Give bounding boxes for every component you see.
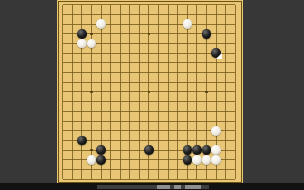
intersection[interactable] xyxy=(125,0,135,10)
intersection[interactable] xyxy=(163,19,173,29)
intersection[interactable] xyxy=(183,87,193,97)
intersection[interactable] xyxy=(68,58,78,68)
intersection[interactable] xyxy=(58,87,68,97)
intersection[interactable] xyxy=(211,107,221,117)
intersection[interactable] xyxy=(230,48,240,58)
intersection[interactable] xyxy=(183,165,193,175)
intersection[interactable] xyxy=(58,136,68,146)
intersection[interactable] xyxy=(173,165,183,175)
intersection[interactable] xyxy=(68,19,78,29)
intersection[interactable] xyxy=(106,10,116,20)
intersection[interactable] xyxy=(77,58,87,68)
intersection[interactable] xyxy=(87,29,97,39)
intersection[interactable] xyxy=(163,145,173,155)
intersection[interactable] xyxy=(192,77,202,87)
intersection[interactable] xyxy=(106,19,116,29)
intersection[interactable] xyxy=(202,107,212,117)
intersection[interactable] xyxy=(211,0,221,10)
intersection[interactable] xyxy=(135,165,145,175)
intersection[interactable] xyxy=(96,97,106,107)
intersection[interactable] xyxy=(58,29,68,39)
intersection[interactable] xyxy=(144,116,154,126)
intersection[interactable] xyxy=(87,19,97,29)
intersection[interactable] xyxy=(96,126,106,136)
intersection[interactable] xyxy=(77,29,87,39)
intersection[interactable] xyxy=(230,116,240,126)
intersection[interactable] xyxy=(144,48,154,58)
intersection[interactable] xyxy=(106,39,116,49)
intersection[interactable] xyxy=(58,165,68,175)
intersection[interactable] xyxy=(96,0,106,10)
intersection[interactable] xyxy=(144,77,154,87)
intersection[interactable] xyxy=(163,155,173,165)
intersection[interactable] xyxy=(77,68,87,78)
intersection[interactable] xyxy=(125,136,135,146)
intersection[interactable] xyxy=(163,58,173,68)
intersection[interactable] xyxy=(230,19,240,29)
intersection[interactable] xyxy=(106,68,116,78)
intersection[interactable] xyxy=(87,97,97,107)
intersection[interactable] xyxy=(173,68,183,78)
intersection[interactable] xyxy=(96,107,106,117)
intersection[interactable] xyxy=(115,0,125,10)
intersection[interactable] xyxy=(68,155,78,165)
intersection[interactable] xyxy=(96,19,106,29)
intersection[interactable] xyxy=(115,145,125,155)
intersection[interactable] xyxy=(115,165,125,175)
intersection[interactable] xyxy=(68,145,78,155)
intersection[interactable] xyxy=(211,116,221,126)
intersection[interactable] xyxy=(173,39,183,49)
intersection[interactable] xyxy=(58,116,68,126)
intersection[interactable] xyxy=(135,126,145,136)
intersection[interactable] xyxy=(96,58,106,68)
intersection[interactable] xyxy=(58,19,68,29)
intersection[interactable] xyxy=(211,165,221,175)
intersection[interactable] xyxy=(144,155,154,165)
intersection[interactable] xyxy=(87,0,97,10)
intersection[interactable] xyxy=(77,39,87,49)
intersection[interactable] xyxy=(183,10,193,20)
intersection[interactable] xyxy=(125,155,135,165)
intersection[interactable] xyxy=(154,97,164,107)
intersection[interactable] xyxy=(183,19,193,29)
intersection[interactable] xyxy=(202,116,212,126)
intersection[interactable] xyxy=(68,29,78,39)
intersection[interactable] xyxy=(173,19,183,29)
intersection[interactable] xyxy=(68,107,78,117)
intersection[interactable] xyxy=(87,39,97,49)
intersection[interactable] xyxy=(144,0,154,10)
intersection[interactable] xyxy=(192,155,202,165)
intersection[interactable] xyxy=(135,136,145,146)
intersection[interactable] xyxy=(58,58,68,68)
intersection[interactable] xyxy=(183,107,193,117)
intersection[interactable] xyxy=(77,116,87,126)
intersection[interactable] xyxy=(68,136,78,146)
intersection[interactable] xyxy=(211,19,221,29)
intersection[interactable] xyxy=(230,165,240,175)
intersection[interactable] xyxy=(173,29,183,39)
intersection[interactable] xyxy=(183,29,193,39)
intersection[interactable] xyxy=(135,68,145,78)
intersection[interactable] xyxy=(202,19,212,29)
intersection[interactable] xyxy=(192,145,202,155)
intersection[interactable] xyxy=(230,126,240,136)
intersection[interactable] xyxy=(173,10,183,20)
intersection[interactable] xyxy=(211,126,221,136)
intersection[interactable] xyxy=(77,77,87,87)
intersection[interactable] xyxy=(68,165,78,175)
intersection[interactable] xyxy=(163,136,173,146)
intersection[interactable] xyxy=(87,10,97,20)
intersection[interactable] xyxy=(230,10,240,20)
intersection[interactable] xyxy=(202,48,212,58)
intersection[interactable] xyxy=(154,165,164,175)
intersection[interactable] xyxy=(58,107,68,117)
intersection[interactable] xyxy=(106,87,116,97)
intersection[interactable] xyxy=(96,116,106,126)
video-progress-bar[interactable] xyxy=(97,185,209,189)
intersection[interactable] xyxy=(144,68,154,78)
intersection[interactable] xyxy=(221,10,231,20)
intersection[interactable] xyxy=(144,97,154,107)
intersection[interactable] xyxy=(202,155,212,165)
intersection[interactable] xyxy=(211,77,221,87)
intersection[interactable] xyxy=(135,87,145,97)
intersection[interactable] xyxy=(163,165,173,175)
intersection[interactable] xyxy=(202,10,212,20)
intersection[interactable] xyxy=(115,68,125,78)
intersection[interactable] xyxy=(115,58,125,68)
intersection[interactable] xyxy=(173,145,183,155)
intersection[interactable] xyxy=(163,116,173,126)
intersection[interactable] xyxy=(77,19,87,29)
intersection[interactable] xyxy=(163,68,173,78)
intersection[interactable] xyxy=(87,165,97,175)
intersection[interactable] xyxy=(135,0,145,10)
intersection[interactable] xyxy=(202,97,212,107)
intersection[interactable] xyxy=(96,77,106,87)
intersection[interactable] xyxy=(230,77,240,87)
intersection[interactable] xyxy=(154,126,164,136)
intersection[interactable] xyxy=(163,10,173,20)
intersection[interactable] xyxy=(87,58,97,68)
intersection[interactable] xyxy=(192,136,202,146)
intersection[interactable] xyxy=(135,155,145,165)
intersection[interactable] xyxy=(230,97,240,107)
intersection[interactable] xyxy=(154,48,164,58)
intersection[interactable] xyxy=(154,68,164,78)
intersection[interactable] xyxy=(221,0,231,10)
intersection[interactable] xyxy=(96,87,106,97)
intersection[interactable] xyxy=(202,68,212,78)
intersection[interactable] xyxy=(154,155,164,165)
intersection[interactable] xyxy=(202,136,212,146)
intersection[interactable] xyxy=(68,77,78,87)
intersection[interactable] xyxy=(68,0,78,10)
intersection[interactable] xyxy=(221,116,231,126)
intersection[interactable] xyxy=(115,19,125,29)
intersection[interactable] xyxy=(221,145,231,155)
intersection[interactable] xyxy=(144,58,154,68)
intersection[interactable] xyxy=(77,145,87,155)
intersection[interactable] xyxy=(173,77,183,87)
intersection[interactable] xyxy=(183,145,193,155)
intersection[interactable] xyxy=(211,10,221,20)
intersection[interactable] xyxy=(106,116,116,126)
intersection[interactable] xyxy=(58,77,68,87)
intersection[interactable] xyxy=(125,145,135,155)
intersection[interactable] xyxy=(211,58,221,68)
intersection[interactable] xyxy=(173,116,183,126)
intersection[interactable] xyxy=(221,58,231,68)
intersection[interactable] xyxy=(192,19,202,29)
intersection[interactable] xyxy=(163,107,173,117)
intersection[interactable] xyxy=(144,10,154,20)
intersection[interactable] xyxy=(221,39,231,49)
intersection[interactable] xyxy=(115,39,125,49)
intersection[interactable] xyxy=(211,155,221,165)
intersection[interactable] xyxy=(211,68,221,78)
intersection[interactable] xyxy=(221,87,231,97)
intersection[interactable] xyxy=(211,48,221,58)
intersection[interactable] xyxy=(230,29,240,39)
intersection[interactable] xyxy=(221,155,231,165)
intersection[interactable] xyxy=(125,107,135,117)
intersection[interactable] xyxy=(230,0,240,10)
intersection[interactable] xyxy=(202,39,212,49)
intersection[interactable] xyxy=(163,48,173,58)
intersection[interactable] xyxy=(211,39,221,49)
intersection[interactable] xyxy=(115,107,125,117)
intersection[interactable] xyxy=(106,155,116,165)
intersection[interactable] xyxy=(115,77,125,87)
intersection[interactable] xyxy=(115,29,125,39)
intersection[interactable] xyxy=(115,87,125,97)
intersection[interactable] xyxy=(135,107,145,117)
intersection[interactable] xyxy=(230,39,240,49)
intersection[interactable] xyxy=(173,155,183,165)
intersection[interactable] xyxy=(77,87,87,97)
intersection[interactable] xyxy=(163,39,173,49)
intersection[interactable] xyxy=(135,19,145,29)
intersection[interactable] xyxy=(154,39,164,49)
go-board-grid[interactable] xyxy=(58,0,240,184)
intersection[interactable] xyxy=(202,87,212,97)
intersection[interactable] xyxy=(77,97,87,107)
intersection[interactable] xyxy=(192,48,202,58)
intersection[interactable] xyxy=(144,136,154,146)
intersection[interactable] xyxy=(125,48,135,58)
intersection[interactable] xyxy=(77,107,87,117)
intersection[interactable] xyxy=(192,165,202,175)
intersection[interactable] xyxy=(68,10,78,20)
intersection[interactable] xyxy=(58,0,68,10)
intersection[interactable] xyxy=(202,77,212,87)
intersection[interactable] xyxy=(173,97,183,107)
intersection[interactable] xyxy=(96,136,106,146)
intersection[interactable] xyxy=(125,116,135,126)
intersection[interactable] xyxy=(77,0,87,10)
intersection[interactable] xyxy=(58,39,68,49)
intersection[interactable] xyxy=(154,116,164,126)
intersection[interactable] xyxy=(163,29,173,39)
intersection[interactable] xyxy=(106,126,116,136)
intersection[interactable] xyxy=(77,155,87,165)
intersection[interactable] xyxy=(173,126,183,136)
intersection[interactable] xyxy=(144,39,154,49)
intersection[interactable] xyxy=(58,155,68,165)
intersection[interactable] xyxy=(154,29,164,39)
intersection[interactable] xyxy=(87,126,97,136)
intersection[interactable] xyxy=(221,165,231,175)
intersection[interactable] xyxy=(144,29,154,39)
intersection[interactable] xyxy=(106,29,116,39)
intersection[interactable] xyxy=(87,68,97,78)
intersection[interactable] xyxy=(58,126,68,136)
intersection[interactable] xyxy=(230,145,240,155)
intersection[interactable] xyxy=(106,145,116,155)
intersection[interactable] xyxy=(58,97,68,107)
intersection[interactable] xyxy=(163,97,173,107)
intersection[interactable] xyxy=(87,77,97,87)
intersection[interactable] xyxy=(221,77,231,87)
intersection[interactable] xyxy=(183,77,193,87)
intersection[interactable] xyxy=(163,0,173,10)
intersection[interactable] xyxy=(173,107,183,117)
intersection[interactable] xyxy=(115,48,125,58)
intersection[interactable] xyxy=(135,145,145,155)
intersection[interactable] xyxy=(125,19,135,29)
intersection[interactable] xyxy=(173,58,183,68)
intersection[interactable] xyxy=(221,136,231,146)
intersection[interactable] xyxy=(183,126,193,136)
intersection[interactable] xyxy=(58,10,68,20)
intersection[interactable] xyxy=(144,19,154,29)
intersection[interactable] xyxy=(230,107,240,117)
intersection[interactable] xyxy=(68,39,78,49)
intersection[interactable] xyxy=(87,107,97,117)
intersection[interactable] xyxy=(211,87,221,97)
intersection[interactable] xyxy=(163,87,173,97)
intersection[interactable] xyxy=(135,48,145,58)
intersection[interactable] xyxy=(154,10,164,20)
intersection[interactable] xyxy=(87,116,97,126)
intersection[interactable] xyxy=(68,97,78,107)
intersection[interactable] xyxy=(202,145,212,155)
intersection[interactable] xyxy=(125,68,135,78)
intersection[interactable] xyxy=(125,29,135,39)
intersection[interactable] xyxy=(202,0,212,10)
intersection[interactable] xyxy=(87,87,97,97)
intersection[interactable] xyxy=(96,145,106,155)
intersection[interactable] xyxy=(192,116,202,126)
intersection[interactable] xyxy=(106,48,116,58)
intersection[interactable] xyxy=(230,87,240,97)
intersection[interactable] xyxy=(77,48,87,58)
intersection[interactable] xyxy=(96,10,106,20)
intersection[interactable] xyxy=(96,155,106,165)
intersection[interactable] xyxy=(183,39,193,49)
intersection[interactable] xyxy=(192,97,202,107)
intersection[interactable] xyxy=(125,10,135,20)
intersection[interactable] xyxy=(183,136,193,146)
intersection[interactable] xyxy=(77,136,87,146)
intersection[interactable] xyxy=(125,126,135,136)
intersection[interactable] xyxy=(87,155,97,165)
intersection[interactable] xyxy=(135,58,145,68)
intersection[interactable] xyxy=(211,145,221,155)
intersection[interactable] xyxy=(106,77,116,87)
intersection[interactable] xyxy=(221,126,231,136)
intersection[interactable] xyxy=(192,87,202,97)
intersection[interactable] xyxy=(68,68,78,78)
intersection[interactable] xyxy=(192,126,202,136)
intersection[interactable] xyxy=(115,116,125,126)
intersection[interactable] xyxy=(154,77,164,87)
intersection[interactable] xyxy=(68,116,78,126)
intersection[interactable] xyxy=(183,58,193,68)
intersection[interactable] xyxy=(221,48,231,58)
intersection[interactable] xyxy=(183,97,193,107)
intersection[interactable] xyxy=(221,97,231,107)
intersection[interactable] xyxy=(183,68,193,78)
intersection[interactable] xyxy=(106,0,116,10)
intersection[interactable] xyxy=(58,68,68,78)
intersection[interactable] xyxy=(183,0,193,10)
intersection[interactable] xyxy=(202,58,212,68)
intersection[interactable] xyxy=(163,126,173,136)
intersection[interactable] xyxy=(144,165,154,175)
intersection[interactable] xyxy=(211,97,221,107)
intersection[interactable] xyxy=(106,58,116,68)
intersection[interactable] xyxy=(154,58,164,68)
intersection[interactable] xyxy=(58,145,68,155)
intersection[interactable] xyxy=(154,145,164,155)
intersection[interactable] xyxy=(106,107,116,117)
intersection[interactable] xyxy=(125,77,135,87)
intersection[interactable] xyxy=(211,136,221,146)
intersection[interactable] xyxy=(96,165,106,175)
intersection[interactable] xyxy=(135,97,145,107)
intersection[interactable] xyxy=(192,0,202,10)
intersection[interactable] xyxy=(115,136,125,146)
intersection[interactable] xyxy=(192,58,202,68)
intersection[interactable] xyxy=(192,29,202,39)
intersection[interactable] xyxy=(144,145,154,155)
intersection[interactable] xyxy=(96,48,106,58)
intersection[interactable] xyxy=(173,48,183,58)
intersection[interactable] xyxy=(96,39,106,49)
intersection[interactable] xyxy=(183,48,193,58)
intersection[interactable] xyxy=(154,136,164,146)
intersection[interactable] xyxy=(173,0,183,10)
intersection[interactable] xyxy=(96,68,106,78)
intersection[interactable] xyxy=(135,29,145,39)
intersection[interactable] xyxy=(77,165,87,175)
intersection[interactable] xyxy=(68,48,78,58)
intersection[interactable] xyxy=(163,77,173,87)
intersection[interactable] xyxy=(87,48,97,58)
intersection[interactable] xyxy=(154,87,164,97)
intersection[interactable] xyxy=(58,48,68,58)
intersection[interactable] xyxy=(106,165,116,175)
intersection[interactable] xyxy=(230,68,240,78)
intersection[interactable] xyxy=(125,87,135,97)
intersection[interactable] xyxy=(221,29,231,39)
intersection[interactable] xyxy=(96,29,106,39)
